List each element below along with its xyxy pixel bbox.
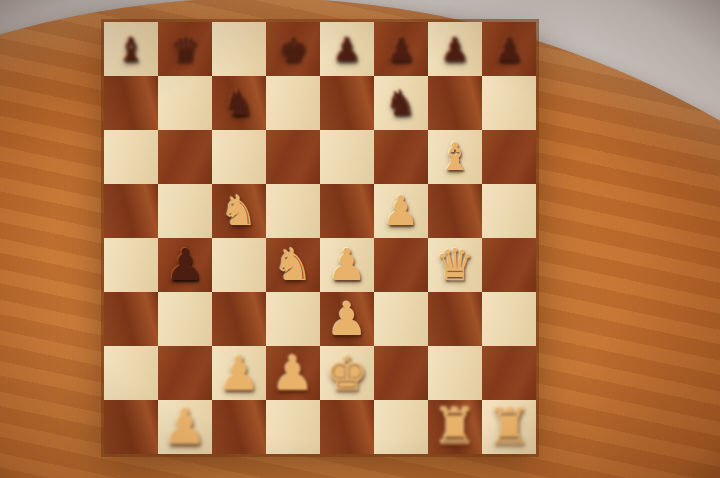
square-c7: ♞ bbox=[212, 76, 266, 130]
square-b4: ♟ bbox=[158, 238, 212, 292]
square-h5 bbox=[482, 184, 536, 238]
square-f8: ♟ bbox=[374, 22, 428, 76]
square-c6 bbox=[212, 130, 266, 184]
white-knight-d4: ♞ bbox=[273, 243, 312, 287]
black-queen-b8: ♛ bbox=[170, 33, 200, 66]
square-e8: ♟ bbox=[320, 22, 374, 76]
black-bishop-a8: ♝ bbox=[116, 33, 146, 66]
square-h7 bbox=[482, 76, 536, 130]
square-d6 bbox=[266, 130, 320, 184]
square-g7 bbox=[428, 76, 482, 130]
square-c1 bbox=[212, 400, 266, 454]
white-pawn-e3: ♟ bbox=[326, 296, 367, 342]
black-pawn-g8: ♟ bbox=[440, 33, 470, 66]
black-king-d8: ♚ bbox=[278, 33, 308, 66]
square-e6 bbox=[320, 130, 374, 184]
white-rook-h1: ♜ bbox=[487, 402, 532, 452]
square-a3 bbox=[104, 292, 158, 346]
square-c2: ♟ bbox=[212, 346, 266, 400]
black-knight-c7: ♞ bbox=[223, 86, 254, 121]
square-g1: ♜ bbox=[428, 400, 482, 454]
square-f1 bbox=[374, 400, 428, 454]
square-c3 bbox=[212, 292, 266, 346]
square-f4 bbox=[374, 238, 428, 292]
square-b3 bbox=[158, 292, 212, 346]
black-pawn-h8: ♟ bbox=[494, 33, 524, 66]
white-bishop-g6: ♝ bbox=[438, 138, 472, 176]
square-f2 bbox=[374, 346, 428, 400]
square-g5 bbox=[428, 184, 482, 238]
black-pawn-e8: ♟ bbox=[332, 33, 362, 66]
square-e7 bbox=[320, 76, 374, 130]
square-a1 bbox=[104, 400, 158, 454]
square-g2 bbox=[428, 346, 482, 400]
square-d4: ♞ bbox=[266, 238, 320, 292]
white-pawn-f5: ♟ bbox=[383, 191, 420, 232]
square-f7: ♞ bbox=[374, 76, 428, 130]
square-f6 bbox=[374, 130, 428, 184]
square-b8: ♛ bbox=[158, 22, 212, 76]
square-b1: ♟ bbox=[158, 400, 212, 454]
square-d1 bbox=[266, 400, 320, 454]
square-e3: ♟ bbox=[320, 292, 374, 346]
square-e1 bbox=[320, 400, 374, 454]
square-c5: ♞ bbox=[212, 184, 266, 238]
square-d5 bbox=[266, 184, 320, 238]
square-g4: ♛ bbox=[428, 238, 482, 292]
white-rook-g1: ♜ bbox=[433, 402, 478, 452]
white-pawn-b1: ♟ bbox=[163, 402, 208, 452]
square-d3 bbox=[266, 292, 320, 346]
white-pawn-d2: ♟ bbox=[271, 349, 314, 397]
square-b5 bbox=[158, 184, 212, 238]
square-a6 bbox=[104, 130, 158, 184]
black-pawn-f8: ♟ bbox=[386, 33, 416, 66]
square-f5: ♟ bbox=[374, 184, 428, 238]
square-h8: ♟ bbox=[482, 22, 536, 76]
square-d8: ♚ bbox=[266, 22, 320, 76]
square-e2: ♚ bbox=[320, 346, 374, 400]
square-a7 bbox=[104, 76, 158, 130]
board-photo-scene: ♝♛♚♟♟♟♟♞♞♝♞♟♟♞♟♛♟♟♟♚♟♜♜ bbox=[0, 0, 720, 478]
black-pawn-b4: ♟ bbox=[165, 243, 204, 287]
square-h3 bbox=[482, 292, 536, 346]
square-g6: ♝ bbox=[428, 130, 482, 184]
square-a8: ♝ bbox=[104, 22, 158, 76]
square-h6 bbox=[482, 130, 536, 184]
white-pawn-c2: ♟ bbox=[217, 349, 260, 397]
square-d2: ♟ bbox=[266, 346, 320, 400]
square-d7 bbox=[266, 76, 320, 130]
square-h1: ♜ bbox=[482, 400, 536, 454]
square-g3 bbox=[428, 292, 482, 346]
square-a2 bbox=[104, 346, 158, 400]
white-knight-c5: ♞ bbox=[221, 191, 258, 232]
white-queen-g4: ♛ bbox=[435, 243, 474, 287]
square-g8: ♟ bbox=[428, 22, 482, 76]
square-e4: ♟ bbox=[320, 238, 374, 292]
square-a4 bbox=[104, 238, 158, 292]
chess-board: ♝♛♚♟♟♟♟♞♞♝♞♟♟♞♟♛♟♟♟♚♟♜♜ bbox=[104, 22, 536, 454]
square-b2 bbox=[158, 346, 212, 400]
square-a5 bbox=[104, 184, 158, 238]
square-b7 bbox=[158, 76, 212, 130]
square-c8 bbox=[212, 22, 266, 76]
square-h4 bbox=[482, 238, 536, 292]
white-pawn-e4: ♟ bbox=[327, 243, 366, 287]
square-c4 bbox=[212, 238, 266, 292]
square-h2 bbox=[482, 346, 536, 400]
square-e5 bbox=[320, 184, 374, 238]
square-b6 bbox=[158, 130, 212, 184]
square-f3 bbox=[374, 292, 428, 346]
black-knight-f7: ♞ bbox=[385, 86, 416, 121]
white-king-e2: ♚ bbox=[325, 349, 368, 397]
